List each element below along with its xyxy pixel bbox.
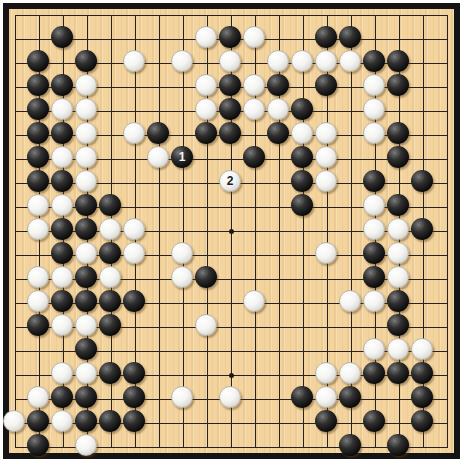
white-stone[interactable]: [123, 242, 145, 264]
white-stone[interactable]: [315, 50, 337, 72]
black-stone[interactable]: [27, 146, 49, 168]
black-stone[interactable]: [123, 386, 145, 408]
black-stone[interactable]: [75, 266, 97, 288]
white-stone[interactable]: [75, 122, 97, 144]
white-stone[interactable]: [51, 362, 73, 384]
white-stone[interactable]: [51, 410, 73, 432]
white-stone[interactable]: [219, 386, 241, 408]
white-stone[interactable]: [195, 314, 217, 336]
white-stone[interactable]: [291, 122, 313, 144]
white-stone[interactable]: [339, 362, 361, 384]
black-stone[interactable]: [243, 146, 265, 168]
black-stone[interactable]: [75, 50, 97, 72]
black-stone[interactable]: [195, 266, 217, 288]
black-stone[interactable]: [51, 386, 73, 408]
black-stone[interactable]: [411, 170, 433, 192]
white-stone[interactable]: [27, 218, 49, 240]
star-point: [229, 229, 234, 234]
white-stone[interactable]: [3, 410, 25, 432]
white-stone[interactable]: [99, 218, 121, 240]
black-stone[interactable]: [387, 122, 409, 144]
white-stone[interactable]: [171, 50, 193, 72]
black-stone[interactable]: [99, 290, 121, 312]
black-stone[interactable]: [219, 98, 241, 120]
white-stone[interactable]: [51, 266, 73, 288]
white-stone[interactable]: [147, 146, 169, 168]
white-stone[interactable]: [411, 338, 433, 360]
black-stone[interactable]: [387, 314, 409, 336]
white-stone[interactable]: [171, 266, 193, 288]
black-stone[interactable]: [315, 74, 337, 96]
black-stone[interactable]: [267, 74, 289, 96]
white-stone[interactable]: [75, 74, 97, 96]
black-stone[interactable]: [363, 50, 385, 72]
black-stone[interactable]: [411, 218, 433, 240]
white-stone[interactable]: [51, 194, 73, 216]
white-stone[interactable]: [363, 338, 385, 360]
black-stone[interactable]: [195, 122, 217, 144]
black-stone[interactable]: [387, 362, 409, 384]
white-stone[interactable]: [315, 146, 337, 168]
black-stone[interactable]: [99, 410, 121, 432]
white-stone[interactable]: 2: [219, 170, 241, 192]
white-stone[interactable]: [27, 290, 49, 312]
black-stone[interactable]: [291, 98, 313, 120]
black-stone[interactable]: [147, 122, 169, 144]
black-stone[interactable]: [219, 122, 241, 144]
black-stone[interactable]: [123, 290, 145, 312]
black-stone[interactable]: [387, 194, 409, 216]
white-stone[interactable]: [75, 98, 97, 120]
black-stone[interactable]: [75, 338, 97, 360]
white-stone[interactable]: [339, 50, 361, 72]
white-stone[interactable]: [123, 50, 145, 72]
white-stone[interactable]: [243, 290, 265, 312]
white-stone[interactable]: [387, 266, 409, 288]
white-stone[interactable]: [195, 26, 217, 48]
white-stone[interactable]: [387, 242, 409, 264]
white-stone[interactable]: [363, 218, 385, 240]
black-stone[interactable]: [219, 26, 241, 48]
black-stone[interactable]: [27, 98, 49, 120]
white-stone[interactable]: [315, 242, 337, 264]
black-stone[interactable]: [363, 242, 385, 264]
white-stone[interactable]: [267, 98, 289, 120]
white-stone[interactable]: [75, 314, 97, 336]
white-stone[interactable]: [51, 146, 73, 168]
white-stone[interactable]: [267, 50, 289, 72]
black-stone[interactable]: [267, 122, 289, 144]
white-stone[interactable]: [339, 290, 361, 312]
white-stone[interactable]: [363, 74, 385, 96]
white-stone[interactable]: [387, 338, 409, 360]
white-stone[interactable]: [315, 170, 337, 192]
white-stone[interactable]: [315, 122, 337, 144]
black-stone[interactable]: [291, 146, 313, 168]
black-stone[interactable]: [411, 410, 433, 432]
black-stone[interactable]: [411, 386, 433, 408]
black-stone[interactable]: [51, 290, 73, 312]
white-stone[interactable]: [219, 50, 241, 72]
go-game-screenshot: { "game": "go", "board_size": 19, "posit…: [0, 0, 463, 462]
black-stone[interactable]: [27, 434, 49, 456]
black-stone[interactable]: [99, 242, 121, 264]
black-stone[interactable]: [75, 194, 97, 216]
white-stone[interactable]: [75, 362, 97, 384]
black-stone[interactable]: [387, 434, 409, 456]
black-stone[interactable]: [75, 386, 97, 408]
black-stone[interactable]: [339, 386, 361, 408]
black-stone[interactable]: [411, 362, 433, 384]
black-stone[interactable]: [75, 290, 97, 312]
move-number-label: 2: [227, 175, 234, 187]
white-stone[interactable]: [123, 218, 145, 240]
black-stone[interactable]: [387, 74, 409, 96]
black-stone[interactable]: [387, 50, 409, 72]
white-stone[interactable]: [27, 266, 49, 288]
black-stone[interactable]: [315, 26, 337, 48]
white-stone[interactable]: [291, 50, 313, 72]
black-stone[interactable]: [219, 74, 241, 96]
white-stone[interactable]: [387, 218, 409, 240]
black-stone[interactable]: [75, 218, 97, 240]
white-stone[interactable]: [99, 266, 121, 288]
black-stone[interactable]: [363, 170, 385, 192]
black-stone[interactable]: [51, 218, 73, 240]
black-stone[interactable]: [387, 146, 409, 168]
white-stone[interactable]: [243, 98, 265, 120]
white-stone[interactable]: [27, 194, 49, 216]
black-stone[interactable]: [363, 362, 385, 384]
white-stone[interactable]: [51, 314, 73, 336]
white-stone[interactable]: [27, 386, 49, 408]
white-stone[interactable]: [75, 434, 97, 456]
black-stone[interactable]: 1: [171, 146, 193, 168]
black-stone[interactable]: [27, 74, 49, 96]
white-stone[interactable]: [123, 122, 145, 144]
black-stone[interactable]: [51, 26, 73, 48]
grid-line-vertical: [303, 15, 304, 448]
black-stone[interactable]: [51, 74, 73, 96]
black-stone[interactable]: [51, 242, 73, 264]
black-stone[interactable]: [27, 122, 49, 144]
black-stone[interactable]: [123, 362, 145, 384]
white-stone[interactable]: [315, 362, 337, 384]
white-stone[interactable]: [171, 242, 193, 264]
white-stone[interactable]: [75, 170, 97, 192]
black-stone[interactable]: [315, 410, 337, 432]
white-stone[interactable]: [243, 74, 265, 96]
black-stone[interactable]: [27, 170, 49, 192]
white-stone[interactable]: [51, 98, 73, 120]
black-stone[interactable]: [291, 386, 313, 408]
white-stone[interactable]: [315, 386, 337, 408]
black-stone[interactable]: [363, 266, 385, 288]
white-stone[interactable]: [75, 242, 97, 264]
white-stone[interactable]: [195, 98, 217, 120]
black-stone[interactable]: [363, 410, 385, 432]
move-number-label: 1: [179, 151, 186, 163]
white-stone[interactable]: [171, 386, 193, 408]
black-stone[interactable]: [51, 170, 73, 192]
black-stone[interactable]: [123, 410, 145, 432]
grid-line-vertical: [447, 15, 448, 448]
black-stone[interactable]: [339, 434, 361, 456]
black-stone[interactable]: [339, 26, 361, 48]
black-stone[interactable]: [27, 314, 49, 336]
white-stone[interactable]: [363, 98, 385, 120]
black-stone[interactable]: [99, 194, 121, 216]
black-stone[interactable]: [27, 410, 49, 432]
black-stone[interactable]: [51, 122, 73, 144]
white-stone[interactable]: [75, 146, 97, 168]
go-board[interactable]: 12: [9, 9, 454, 453]
black-stone[interactable]: [99, 314, 121, 336]
white-stone[interactable]: [363, 122, 385, 144]
black-stone[interactable]: [75, 410, 97, 432]
black-stone[interactable]: [387, 290, 409, 312]
black-stone[interactable]: [27, 50, 49, 72]
black-stone[interactable]: [99, 362, 121, 384]
white-stone[interactable]: [363, 290, 385, 312]
white-stone[interactable]: [243, 26, 265, 48]
black-stone[interactable]: [291, 170, 313, 192]
white-stone[interactable]: [363, 194, 385, 216]
star-point: [229, 373, 234, 378]
black-stone[interactable]: [291, 194, 313, 216]
white-stone[interactable]: [195, 74, 217, 96]
